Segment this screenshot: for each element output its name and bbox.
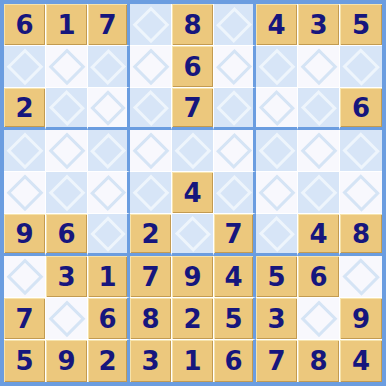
diamond-pattern (6, 258, 43, 295)
cell-r4c8[interactable] (298, 130, 340, 172)
cell-r9c5[interactable]: 1 (172, 340, 214, 382)
cell-r3c6[interactable] (214, 88, 256, 130)
cell-r1c2[interactable]: 1 (46, 4, 88, 46)
cell-r5c3[interactable] (88, 172, 130, 214)
cell-r7c7[interactable]: 5 (256, 256, 298, 298)
digit: 5 (352, 12, 370, 38)
diamond-pattern (215, 6, 251, 42)
digit: 5 (224, 306, 242, 332)
cell-r9c2[interactable]: 9 (46, 340, 88, 382)
diamond-pattern (89, 174, 125, 210)
cell-r9c4[interactable]: 3 (130, 340, 172, 382)
cell-r1c4[interactable] (130, 4, 172, 46)
diamond-pattern (258, 132, 295, 169)
cell-r4c4[interactable] (130, 130, 172, 172)
digit: 5 (267, 264, 285, 290)
digit: 1 (183, 348, 201, 374)
digit: 3 (141, 348, 159, 374)
diamond-pattern (132, 89, 168, 125)
diamond-pattern (342, 258, 380, 296)
digit: 8 (352, 221, 370, 247)
cell-r4c5[interactable] (172, 130, 214, 172)
cell-r1c3[interactable]: 7 (88, 4, 130, 46)
diamond-pattern (48, 132, 85, 169)
diamond-pattern (48, 48, 85, 85)
diamond-pattern (342, 174, 380, 212)
cell-r1c8[interactable]: 3 (298, 4, 340, 46)
cell-r4c1[interactable] (4, 130, 46, 172)
diamond-pattern (216, 90, 251, 125)
cell-r7c1[interactable] (4, 256, 46, 298)
digit: 3 (267, 306, 285, 332)
cell-r9c7[interactable]: 7 (256, 340, 298, 382)
digit: 9 (15, 221, 33, 247)
cell-r8c2[interactable] (46, 298, 88, 340)
cell-r4c7[interactable] (256, 130, 298, 172)
diamond-pattern (300, 174, 337, 211)
digit: 1 (57, 12, 75, 38)
cell-r3c5[interactable]: 7 (172, 88, 214, 130)
cell-r1c5[interactable]: 8 (172, 4, 214, 46)
cell-r8c7[interactable]: 3 (256, 298, 298, 340)
diamond-pattern (215, 132, 251, 168)
digit: 4 (224, 264, 242, 290)
cell-r4c9[interactable] (340, 130, 382, 172)
cell-r2c7[interactable] (256, 46, 298, 88)
cell-r5c6[interactable] (214, 172, 256, 214)
cell-r9c3[interactable]: 2 (88, 340, 130, 382)
diamond-pattern (215, 48, 251, 84)
digit: 7 (15, 306, 33, 332)
cell-r7c5[interactable]: 9 (172, 256, 214, 298)
cell-r6c1[interactable]: 9 (4, 214, 46, 256)
cell-r5c5[interactable]: 4 (172, 172, 214, 214)
digit: 5 (15, 348, 33, 374)
digit: 6 (15, 12, 33, 38)
cell-r6c8[interactable]: 4 (298, 214, 340, 256)
diamond-pattern (342, 48, 380, 86)
cell-r7c3[interactable]: 1 (88, 256, 130, 298)
cell-r8c5[interactable]: 2 (172, 298, 214, 340)
cell-r8c9[interactable]: 9 (340, 298, 382, 340)
cell-r6c3[interactable] (88, 214, 130, 256)
digit: 9 (183, 264, 201, 290)
digit: 6 (183, 54, 201, 80)
diamond-pattern (258, 48, 295, 85)
cell-r7c8[interactable]: 6 (298, 256, 340, 298)
cell-r5c1[interactable] (4, 172, 46, 214)
cell-r2c3[interactable] (88, 46, 130, 88)
digit: 2 (98, 348, 116, 374)
cell-r6c5[interactable] (172, 214, 214, 256)
diamond-pattern (48, 89, 84, 125)
diamond-pattern (342, 132, 380, 170)
cell-r5c4[interactable] (130, 172, 172, 214)
cell-r6c7[interactable] (256, 214, 298, 256)
diamond-pattern (215, 174, 251, 210)
cell-r9c1[interactable]: 5 (4, 340, 46, 382)
digit: 2 (183, 306, 201, 332)
cell-r2c1[interactable] (4, 46, 46, 88)
cell-r8c1[interactable]: 7 (4, 298, 46, 340)
diamond-pattern (300, 300, 337, 337)
cell-r5c7[interactable] (256, 172, 298, 214)
cell-r5c2[interactable] (46, 172, 88, 214)
cell-r2c4[interactable] (130, 46, 172, 88)
digit: 6 (98, 306, 116, 332)
digit: 6 (224, 348, 242, 374)
cell-r6c4[interactable]: 2 (130, 214, 172, 256)
cell-r9c6[interactable]: 6 (214, 340, 256, 382)
digit: 7 (183, 95, 201, 121)
cell-r8c6[interactable]: 5 (214, 298, 256, 340)
digit: 4 (267, 12, 285, 38)
cell-r9c9[interactable]: 4 (340, 340, 382, 382)
cell-r3c9[interactable]: 6 (340, 88, 382, 130)
diamond-pattern (132, 132, 169, 169)
digit: 7 (141, 264, 159, 290)
digit: 6 (57, 221, 75, 247)
cell-r4c3[interactable] (88, 130, 130, 172)
diamond-pattern (90, 90, 125, 125)
digit: 4 (309, 221, 327, 247)
cell-r3c3[interactable] (88, 88, 130, 130)
cell-r4c6[interactable] (214, 130, 256, 172)
diamond-pattern (258, 174, 295, 211)
digit: 7 (98, 12, 116, 38)
cell-r7c4[interactable]: 7 (130, 256, 172, 298)
cell-r8c4[interactable]: 8 (130, 298, 172, 340)
diamond-pattern (258, 89, 294, 125)
digit: 7 (224, 221, 242, 247)
sudoku-board: 6178435627649627483179456768253959231678… (0, 0, 386, 386)
digit: 4 (183, 180, 201, 206)
cell-r7c6[interactable]: 4 (214, 256, 256, 298)
cell-r1c7[interactable]: 4 (256, 4, 298, 46)
cell-r6c6[interactable]: 7 (214, 214, 256, 256)
diamond-pattern (132, 6, 169, 43)
digit: 2 (15, 95, 33, 121)
digit: 3 (57, 264, 75, 290)
cell-r8c3[interactable]: 6 (88, 298, 130, 340)
diamond-pattern (6, 174, 43, 211)
diamond-pattern (300, 132, 337, 169)
digit: 8 (141, 306, 159, 332)
cell-r7c9[interactable] (340, 256, 382, 298)
diamond-pattern (300, 89, 336, 125)
diamond-pattern (258, 215, 294, 251)
diamond-pattern (89, 132, 125, 168)
digit: 8 (309, 348, 327, 374)
diamond-pattern (300, 48, 337, 85)
diamond-pattern (6, 132, 43, 169)
diamond-pattern (6, 48, 43, 85)
digit: 7 (267, 348, 285, 374)
cell-r7c2[interactable]: 3 (46, 256, 88, 298)
diamond-pattern (174, 215, 210, 251)
cell-r3c1[interactable]: 2 (4, 88, 46, 130)
diamond-pattern (174, 132, 211, 169)
cell-r2c9[interactable] (340, 46, 382, 88)
digit: 4 (352, 348, 370, 374)
diamond-pattern (48, 300, 85, 337)
digit: 3 (309, 12, 327, 38)
cell-r2c8[interactable] (298, 46, 340, 88)
digit: 9 (57, 348, 75, 374)
cell-r3c8[interactable] (298, 88, 340, 130)
cell-r1c9[interactable]: 5 (340, 4, 382, 46)
cell-r4c2[interactable] (46, 130, 88, 172)
cell-r1c6[interactable] (214, 4, 256, 46)
cell-r3c2[interactable] (46, 88, 88, 130)
cell-r2c5[interactable]: 6 (172, 46, 214, 88)
cell-r8c8[interactable] (298, 298, 340, 340)
digit: 6 (352, 95, 370, 121)
cell-r5c8[interactable] (298, 172, 340, 214)
diamond-pattern (48, 174, 85, 211)
cell-r3c7[interactable] (256, 88, 298, 130)
digit: 9 (352, 306, 370, 332)
digit: 1 (98, 264, 116, 290)
diamond-pattern (132, 174, 169, 211)
cell-r3c4[interactable] (130, 88, 172, 130)
cell-r6c2[interactable]: 6 (46, 214, 88, 256)
diamond-pattern (90, 216, 125, 251)
cell-r2c2[interactable] (46, 46, 88, 88)
diamond-pattern (89, 48, 125, 84)
cell-r6c9[interactable]: 8 (340, 214, 382, 256)
cell-r2c6[interactable] (214, 46, 256, 88)
digit: 8 (183, 12, 201, 38)
digit: 2 (141, 221, 159, 247)
cell-r5c9[interactable] (340, 172, 382, 214)
cell-r9c8[interactable]: 8 (298, 340, 340, 382)
diamond-pattern (132, 48, 169, 85)
digit: 6 (309, 264, 327, 290)
cell-r1c1[interactable]: 6 (4, 4, 46, 46)
